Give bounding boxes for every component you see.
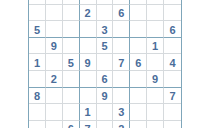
cell-r9c4[interactable]: 7 <box>80 121 97 128</box>
cell-r5c5[interactable] <box>97 54 114 71</box>
cell-r8c5[interactable] <box>97 104 114 121</box>
cell-r2c8[interactable] <box>147 5 164 22</box>
cell-r4c7[interactable] <box>130 38 147 55</box>
cell-r7c8[interactable] <box>147 88 164 105</box>
cell-r2c6[interactable]: 6 <box>113 5 130 22</box>
cell-r5c8[interactable] <box>147 54 164 71</box>
cell-r6c1[interactable] <box>29 71 46 88</box>
cell-r6c4[interactable] <box>80 71 97 88</box>
cell-r5c3[interactable]: 5 <box>63 54 80 71</box>
cell-r2c5[interactable] <box>97 5 114 22</box>
cell-r8c8[interactable] <box>147 104 164 121</box>
cell-r9c7[interactable] <box>130 121 147 128</box>
cell-r5c4[interactable]: 9 <box>80 54 97 71</box>
cell-r8c3[interactable] <box>63 104 80 121</box>
cell-r2c4[interactable]: 2 <box>80 5 97 22</box>
cell-r8c1[interactable] <box>29 104 46 121</box>
cell-r3c5[interactable]: 3 <box>97 21 114 38</box>
cell-r6c7[interactable] <box>130 71 147 88</box>
cell-r3c6[interactable] <box>113 21 130 38</box>
cell-r3c2[interactable] <box>46 21 63 38</box>
cell-r7c5[interactable]: 9 <box>97 88 114 105</box>
cell-r6c3[interactable] <box>63 71 80 88</box>
cell-r3c3[interactable] <box>63 21 80 38</box>
cell-r5c7[interactable]: 6 <box>130 54 147 71</box>
cell-r8c9[interactable] <box>164 104 181 121</box>
cell-r8c7[interactable] <box>130 104 147 121</box>
cell-r3c9[interactable]: 6 <box>164 21 181 38</box>
cell-r5c6[interactable]: 7 <box>113 54 130 71</box>
cell-r4c8[interactable]: 1 <box>147 38 164 55</box>
cell-r5c1[interactable]: 1 <box>29 54 46 71</box>
cell-r2c3[interactable] <box>63 5 80 22</box>
cell-r9c6[interactable]: 2 <box>113 121 130 128</box>
cell-r2c1[interactable] <box>29 5 46 22</box>
cell-r4c2[interactable]: 9 <box>46 38 63 55</box>
cell-r9c2[interactable] <box>46 121 63 128</box>
cell-r2c2[interactable] <box>46 5 63 22</box>
cell-r8c4[interactable]: 1 <box>80 104 97 121</box>
cell-r7c2[interactable] <box>46 88 63 105</box>
cell-r7c6[interactable] <box>113 88 130 105</box>
cell-r9c3[interactable]: 6 <box>63 121 80 128</box>
cell-r3c1[interactable]: 5 <box>29 21 46 38</box>
sudoku-board: 4822653695115976426989713672 <box>28 0 182 128</box>
cell-r2c9[interactable] <box>164 5 181 22</box>
cell-r3c7[interactable] <box>130 21 147 38</box>
cell-r2c7[interactable] <box>130 5 147 22</box>
cell-r6c5[interactable]: 6 <box>97 71 114 88</box>
sudoku-viewport: 4822653695115976426989713672 <box>0 0 205 128</box>
cell-r3c8[interactable] <box>147 21 164 38</box>
cell-r9c1[interactable] <box>29 121 46 128</box>
cell-r6c9[interactable] <box>164 71 181 88</box>
cell-r7c9[interactable]: 7 <box>164 88 181 105</box>
cell-r5c9[interactable]: 4 <box>164 54 181 71</box>
cell-r4c5[interactable]: 5 <box>97 38 114 55</box>
cell-r6c6[interactable] <box>113 71 130 88</box>
cell-r4c3[interactable] <box>63 38 80 55</box>
cell-r4c6[interactable] <box>113 38 130 55</box>
cell-r6c2[interactable]: 2 <box>46 71 63 88</box>
cell-r4c1[interactable] <box>29 38 46 55</box>
cell-r6c8[interactable]: 9 <box>147 71 164 88</box>
cell-r4c4[interactable] <box>80 38 97 55</box>
cell-r9c5[interactable] <box>97 121 114 128</box>
cell-r5c2[interactable] <box>46 54 63 71</box>
cell-r9c8[interactable] <box>147 121 164 128</box>
cell-r7c3[interactable] <box>63 88 80 105</box>
cell-r4c9[interactable] <box>164 38 181 55</box>
cell-r7c7[interactable] <box>130 88 147 105</box>
cell-r3c4[interactable] <box>80 21 97 38</box>
cell-r8c6[interactable]: 3 <box>113 104 130 121</box>
cell-r7c4[interactable] <box>80 88 97 105</box>
cell-r9c9[interactable] <box>164 121 181 128</box>
cell-r7c1[interactable]: 8 <box>29 88 46 105</box>
cell-r8c2[interactable] <box>46 104 63 121</box>
